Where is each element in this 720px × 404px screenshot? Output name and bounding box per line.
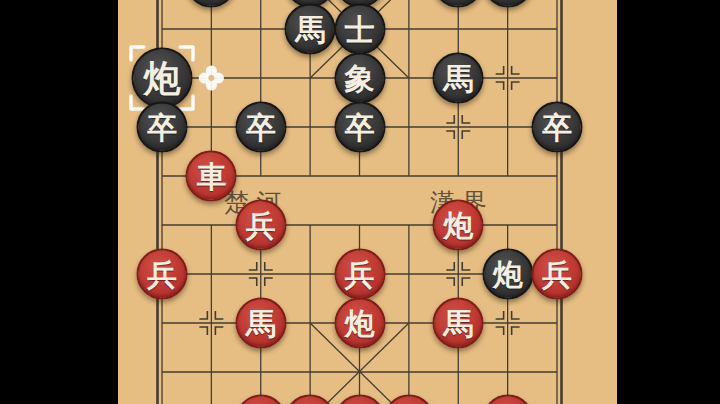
- piece-character: 炮: [144, 60, 181, 97]
- point-marker: [462, 262, 470, 270]
- piece-red-horse[interactable]: 馬: [235, 298, 286, 349]
- piece-character: 卒: [345, 112, 375, 142]
- piece-character: 士: [345, 14, 375, 44]
- point-marker: [249, 278, 257, 286]
- piece-character: 車: [196, 161, 226, 191]
- point-marker: [265, 278, 273, 286]
- point-marker: [462, 131, 470, 139]
- piece-red-cannon[interactable]: 炮: [334, 298, 385, 349]
- piece-red-cannon[interactable]: 炮: [433, 200, 484, 251]
- piece-character: 兵: [345, 259, 375, 289]
- point-marker: [446, 115, 454, 123]
- point-marker: [199, 311, 207, 319]
- piece-red-soldier[interactable]: 兵: [532, 249, 583, 300]
- piece-black-horse[interactable]: 馬: [285, 4, 336, 55]
- piece-black-advisor[interactable]: 士: [334, 4, 385, 55]
- piece-character: 炮: [345, 308, 375, 338]
- letterbox-left: [0, 0, 118, 404]
- piece-character: 馬: [443, 63, 473, 93]
- piece-character: 卒: [246, 112, 276, 142]
- point-marker: [512, 66, 520, 74]
- point-marker: [265, 262, 273, 270]
- piece-red-horse[interactable]: 馬: [433, 298, 484, 349]
- piece-character: 炮: [493, 259, 523, 289]
- piece-character: 卒: [542, 112, 572, 142]
- piece-red-soldier[interactable]: 兵: [334, 249, 385, 300]
- piece-character: 兵: [246, 210, 276, 240]
- piece-black-soldier[interactable]: 卒: [137, 102, 188, 153]
- piece-red-soldier[interactable]: 兵: [137, 249, 188, 300]
- piece-red-soldier[interactable]: 兵: [235, 200, 286, 251]
- point-marker: [215, 327, 223, 335]
- letterbox-right: [617, 0, 720, 404]
- point-marker: [496, 66, 504, 74]
- piece-character: 兵: [147, 259, 177, 289]
- point-marker: [512, 82, 520, 90]
- point-marker: [496, 82, 504, 90]
- piece-character: 馬: [295, 14, 325, 44]
- point-marker: [446, 278, 454, 286]
- point-marker: [496, 327, 504, 335]
- point-marker: [496, 311, 504, 319]
- piece-character: 兵: [542, 259, 572, 289]
- point-marker: [215, 311, 223, 319]
- piece-character: 卒: [147, 112, 177, 142]
- point-marker: [446, 262, 454, 270]
- point-marker: [512, 311, 520, 319]
- piece-black-soldier[interactable]: 卒: [235, 102, 286, 153]
- piece-character: 馬: [443, 308, 473, 338]
- piece-red-chariot[interactable]: 車: [186, 151, 237, 202]
- point-marker: [512, 327, 520, 335]
- video-frame: 楚河 漢界 車士將象車馬士炮象馬卒卒卒卒車兵炮兵兵炮兵馬炮馬相仕帥仕車: [0, 0, 720, 404]
- piece-black-elephant[interactable]: 象: [334, 53, 385, 104]
- piece-character: 馬: [246, 308, 276, 338]
- point-marker: [462, 278, 470, 286]
- piece-character: 象: [345, 63, 375, 93]
- point-marker: [249, 262, 257, 270]
- piece-black-cannon[interactable]: 炮: [482, 249, 533, 300]
- piece-black-soldier[interactable]: 卒: [532, 102, 583, 153]
- piece-black-horse[interactable]: 馬: [433, 53, 484, 104]
- move-origin-marker: [199, 72, 210, 83]
- piece-black-soldier[interactable]: 卒: [334, 102, 385, 153]
- point-marker: [446, 131, 454, 139]
- piece-character: 炮: [443, 210, 473, 240]
- point-marker: [462, 115, 470, 123]
- piece-black-cannon[interactable]: 炮: [132, 48, 193, 109]
- point-marker: [199, 327, 207, 335]
